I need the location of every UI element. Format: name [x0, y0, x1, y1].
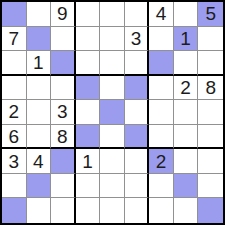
cell-r3c6[interactable]	[125, 51, 150, 76]
cell-r5c7[interactable]	[149, 100, 174, 125]
cell-r6c3[interactable]: 8	[51, 125, 76, 150]
cell-r6c2[interactable]	[27, 125, 52, 150]
cell-r2c2[interactable]	[27, 27, 52, 52]
cell-r4c3[interactable]	[51, 76, 76, 101]
cell-r3c7[interactable]	[149, 51, 174, 76]
cell-r1c6[interactable]	[125, 2, 150, 27]
cell-r8c8[interactable]	[174, 174, 199, 199]
cell-r2c9[interactable]	[198, 27, 223, 52]
cell-r4c6[interactable]	[125, 76, 150, 101]
cell-r8c2[interactable]	[27, 174, 52, 199]
cell-r5c2[interactable]	[27, 100, 52, 125]
cell-r8c6[interactable]	[125, 174, 150, 199]
cell-r9c2[interactable]	[27, 198, 52, 223]
cell-r3c3[interactable]	[51, 51, 76, 76]
cell-r1c7[interactable]: 4	[149, 2, 174, 27]
cell-r3c4[interactable]	[76, 51, 101, 76]
cell-r4c1[interactable]	[2, 76, 27, 101]
cell-r6c6[interactable]	[125, 125, 150, 150]
cell-r5c5[interactable]	[100, 100, 125, 125]
cell-r1c9[interactable]: 5	[198, 2, 223, 27]
cell-r9c3[interactable]	[51, 198, 76, 223]
cell-r7c2[interactable]: 4	[27, 149, 52, 174]
cell-r5c8[interactable]	[174, 100, 199, 125]
cell-r1c2[interactable]	[27, 2, 52, 27]
cell-r9c6[interactable]	[125, 198, 150, 223]
cell-r8c3[interactable]	[51, 174, 76, 199]
cell-r8c4[interactable]	[76, 174, 101, 199]
cell-r9c4[interactable]	[76, 198, 101, 223]
cell-r4c2[interactable]	[27, 76, 52, 101]
cell-r9c8[interactable]	[174, 198, 199, 223]
cell-r5c9[interactable]	[198, 100, 223, 125]
cell-r7c5[interactable]	[100, 149, 125, 174]
cell-r9c5[interactable]	[100, 198, 125, 223]
cell-r3c8[interactable]	[174, 51, 199, 76]
cell-r2c4[interactable]	[76, 27, 101, 52]
cell-r2c3[interactable]	[51, 27, 76, 52]
cell-r5c6[interactable]	[125, 100, 150, 125]
cell-r4c8[interactable]: 2	[174, 76, 199, 101]
cell-r9c1[interactable]	[2, 198, 27, 223]
cell-r1c3[interactable]: 9	[51, 2, 76, 27]
cell-r7c3[interactable]	[51, 149, 76, 174]
cell-r6c1[interactable]: 6	[2, 125, 27, 150]
cell-r6c4[interactable]	[76, 125, 101, 150]
cell-r6c5[interactable]	[100, 125, 125, 150]
cell-r7c7[interactable]: 2	[149, 149, 174, 174]
cell-r1c1[interactable]	[2, 2, 27, 27]
cell-r2c6[interactable]: 3	[125, 27, 150, 52]
cell-r8c1[interactable]	[2, 174, 27, 199]
cell-r4c9[interactable]: 8	[198, 76, 223, 101]
cell-r7c9[interactable]	[198, 149, 223, 174]
cell-r8c9[interactable]	[198, 174, 223, 199]
cell-r3c5[interactable]	[100, 51, 125, 76]
cell-r5c4[interactable]	[76, 100, 101, 125]
cell-r5c3[interactable]: 3	[51, 100, 76, 125]
cell-r2c7[interactable]	[149, 27, 174, 52]
cell-r3c1[interactable]	[2, 51, 27, 76]
cell-r2c5[interactable]	[100, 27, 125, 52]
cell-r2c1[interactable]: 7	[2, 27, 27, 52]
cell-r4c7[interactable]	[149, 76, 174, 101]
cell-r5c1[interactable]: 2	[2, 100, 27, 125]
cell-r1c4[interactable]	[76, 2, 101, 27]
cell-r7c4[interactable]: 1	[76, 149, 101, 174]
cell-r4c4[interactable]	[76, 76, 101, 101]
cell-r6c9[interactable]	[198, 125, 223, 150]
cell-r4c5[interactable]	[100, 76, 125, 101]
cell-r7c1[interactable]: 3	[2, 149, 27, 174]
cell-r6c7[interactable]	[149, 125, 174, 150]
cell-r3c2[interactable]: 1	[27, 51, 52, 76]
cell-r3c9[interactable]	[198, 51, 223, 76]
sudoku-board: 94573112823683412	[0, 0, 225, 225]
cell-r1c5[interactable]	[100, 2, 125, 27]
cell-r8c5[interactable]	[100, 174, 125, 199]
cell-r8c7[interactable]	[149, 174, 174, 199]
cell-r9c9[interactable]	[198, 198, 223, 223]
cell-r7c8[interactable]	[174, 149, 199, 174]
cell-r2c8[interactable]: 1	[174, 27, 199, 52]
cell-r9c7[interactable]	[149, 198, 174, 223]
cell-r1c8[interactable]	[174, 2, 199, 27]
cell-r6c8[interactable]	[174, 125, 199, 150]
cell-r7c6[interactable]	[125, 149, 150, 174]
